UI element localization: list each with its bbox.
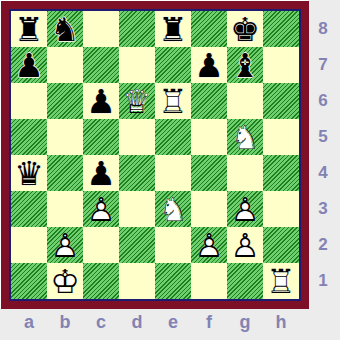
rook-glyph: ♜ — [155, 83, 191, 119]
square-a6[interactable] — [11, 83, 47, 119]
knight-glyph: ♞ — [155, 191, 191, 227]
pawn-glyph: ♟ — [83, 191, 119, 227]
rank-label-6: 6 — [310, 83, 336, 119]
square-c8[interactable] — [83, 11, 119, 47]
black-pawn-a7[interactable]: ♟ — [11, 47, 47, 83]
king-outline-glyph: ♔ — [47, 263, 83, 299]
square-b6[interactable] — [47, 83, 83, 119]
square-e2[interactable] — [155, 227, 191, 263]
rook-glyph: ♜ — [11, 11, 47, 47]
square-c3[interactable]: ♟♙ — [83, 191, 119, 227]
square-f8[interactable] — [191, 11, 227, 47]
square-a2[interactable] — [11, 227, 47, 263]
white-pawn-c3[interactable]: ♟♙ — [83, 191, 119, 227]
square-b5[interactable] — [47, 119, 83, 155]
square-h7[interactable] — [263, 47, 299, 83]
white-rook-h1[interactable]: ♜♖ — [263, 263, 299, 299]
black-queen-a4[interactable]: ♛ — [11, 155, 47, 191]
file-label-e: e — [155, 312, 191, 333]
file-label-d: d — [119, 312, 155, 333]
square-e3[interactable]: ♞♘ — [155, 191, 191, 227]
white-pawn-f2[interactable]: ♟♙ — [191, 227, 227, 263]
pawn-glyph: ♟ — [47, 227, 83, 263]
rook-outline-glyph: ♖ — [155, 83, 191, 119]
square-f3[interactable] — [191, 191, 227, 227]
square-b7[interactable] — [47, 47, 83, 83]
square-d3[interactable] — [119, 191, 155, 227]
white-rook-e6[interactable]: ♜♖ — [155, 83, 191, 119]
black-pawn-f7[interactable]: ♟ — [191, 47, 227, 83]
square-e8[interactable]: ♜ — [155, 11, 191, 47]
square-h6[interactable] — [263, 83, 299, 119]
square-g7[interactable]: ♝ — [227, 47, 263, 83]
knight-glyph: ♞ — [47, 11, 83, 47]
pawn-glyph: ♟ — [191, 227, 227, 263]
rank-label-7: 7 — [310, 47, 336, 83]
black-pawn-c4[interactable]: ♟ — [83, 155, 119, 191]
square-g5[interactable]: ♞♘ — [227, 119, 263, 155]
rook-glyph: ♜ — [155, 11, 191, 47]
square-c4[interactable]: ♟ — [83, 155, 119, 191]
square-e7[interactable] — [155, 47, 191, 83]
square-h1[interactable]: ♜♖ — [263, 263, 299, 299]
square-a5[interactable] — [11, 119, 47, 155]
black-knight-b8[interactable]: ♞ — [47, 11, 83, 47]
file-label-c: c — [83, 312, 119, 333]
black-king-g8[interactable]: ♚ — [227, 11, 263, 47]
square-h8[interactable] — [263, 11, 299, 47]
pawn-glyph: ♟ — [191, 47, 227, 83]
square-a7[interactable]: ♟ — [11, 47, 47, 83]
square-h3[interactable] — [263, 191, 299, 227]
square-d8[interactable] — [119, 11, 155, 47]
chess-board: ♜♞♜♚♟♟♝♟♛♕♜♖♞♘♛♟♟♙♞♘♟♙♟♙♟♙♟♙♚♔♜♖ — [9, 9, 301, 301]
file-label-g: g — [227, 312, 263, 333]
white-knight-g5[interactable]: ♞♘ — [227, 119, 263, 155]
white-king-b1[interactable]: ♚♔ — [47, 263, 83, 299]
square-c1[interactable] — [83, 263, 119, 299]
square-e6[interactable]: ♜♖ — [155, 83, 191, 119]
rank-label-1: 1 — [310, 263, 336, 299]
square-a3[interactable] — [11, 191, 47, 227]
rank-label-8: 8 — [310, 11, 336, 47]
queen-glyph: ♛ — [119, 83, 155, 119]
pawn-outline-glyph: ♙ — [191, 227, 227, 263]
square-g3[interactable]: ♟♙ — [227, 191, 263, 227]
pawn-outline-glyph: ♙ — [83, 191, 119, 227]
square-g2[interactable]: ♟♙ — [227, 227, 263, 263]
white-pawn-b2[interactable]: ♟♙ — [47, 227, 83, 263]
pawn-glyph: ♟ — [83, 155, 119, 191]
square-f4[interactable] — [191, 155, 227, 191]
square-d1[interactable] — [119, 263, 155, 299]
square-b8[interactable]: ♞ — [47, 11, 83, 47]
square-g1[interactable] — [227, 263, 263, 299]
square-c6[interactable]: ♟ — [83, 83, 119, 119]
square-a4[interactable]: ♛ — [11, 155, 47, 191]
square-e1[interactable] — [155, 263, 191, 299]
file-label-b: b — [47, 312, 83, 333]
square-b3[interactable] — [47, 191, 83, 227]
square-h5[interactable] — [263, 119, 299, 155]
white-knight-e3[interactable]: ♞♘ — [155, 191, 191, 227]
pawn-glyph: ♟ — [11, 47, 47, 83]
square-g8[interactable]: ♚ — [227, 11, 263, 47]
square-d7[interactable] — [119, 47, 155, 83]
white-queen-d6[interactable]: ♛♕ — [119, 83, 155, 119]
king-glyph: ♚ — [47, 263, 83, 299]
black-rook-e8[interactable]: ♜ — [155, 11, 191, 47]
square-f7[interactable]: ♟ — [191, 47, 227, 83]
king-glyph: ♚ — [227, 11, 263, 47]
square-a8[interactable]: ♜ — [11, 11, 47, 47]
square-e4[interactable] — [155, 155, 191, 191]
square-g4[interactable] — [227, 155, 263, 191]
rank-label-3: 3 — [310, 191, 336, 227]
square-c7[interactable] — [83, 47, 119, 83]
square-d2[interactable] — [119, 227, 155, 263]
queen-glyph: ♛ — [11, 155, 47, 191]
rank-label-4: 4 — [310, 155, 336, 191]
square-d6[interactable]: ♛♕ — [119, 83, 155, 119]
square-b1[interactable]: ♚♔ — [47, 263, 83, 299]
knight-outline-glyph: ♘ — [155, 191, 191, 227]
pawn-outline-glyph: ♙ — [227, 191, 263, 227]
square-f6[interactable] — [191, 83, 227, 119]
square-f1[interactable] — [191, 263, 227, 299]
square-c2[interactable] — [83, 227, 119, 263]
pawn-outline-glyph: ♙ — [47, 227, 83, 263]
pawn-glyph: ♟ — [227, 191, 263, 227]
square-f2[interactable]: ♟♙ — [191, 227, 227, 263]
white-pawn-g3[interactable]: ♟♙ — [227, 191, 263, 227]
square-c5[interactable] — [83, 119, 119, 155]
queen-outline-glyph: ♕ — [119, 83, 155, 119]
square-g6[interactable] — [227, 83, 263, 119]
pawn-glyph: ♟ — [227, 227, 263, 263]
knight-glyph: ♞ — [227, 119, 263, 155]
black-bishop-g7[interactable]: ♝ — [227, 47, 263, 83]
rook-outline-glyph: ♖ — [263, 263, 299, 299]
square-e5[interactable] — [155, 119, 191, 155]
black-pawn-c6[interactable]: ♟ — [83, 83, 119, 119]
white-pawn-g2[interactable]: ♟♙ — [227, 227, 263, 263]
pawn-glyph: ♟ — [83, 83, 119, 119]
square-f5[interactable] — [191, 119, 227, 155]
knight-outline-glyph: ♘ — [227, 119, 263, 155]
square-a1[interactable] — [11, 263, 47, 299]
square-b4[interactable] — [47, 155, 83, 191]
square-d5[interactable] — [119, 119, 155, 155]
rank-label-2: 2 — [310, 227, 336, 263]
square-b2[interactable]: ♟♙ — [47, 227, 83, 263]
square-d4[interactable] — [119, 155, 155, 191]
file-label-h: h — [263, 312, 299, 333]
chess-diagram: ♜♞♜♚♟♟♝♟♛♕♜♖♞♘♛♟♟♙♞♘♟♙♟♙♟♙♟♙♚♔♜♖ abcdefg… — [0, 0, 340, 340]
file-label-a: a — [11, 312, 47, 333]
square-h4[interactable] — [263, 155, 299, 191]
file-label-f: f — [191, 312, 227, 333]
bishop-glyph: ♝ — [227, 47, 263, 83]
square-h2[interactable] — [263, 227, 299, 263]
pawn-outline-glyph: ♙ — [227, 227, 263, 263]
board-frame: ♜♞♜♚♟♟♝♟♛♕♜♖♞♘♛♟♟♙♞♘♟♙♟♙♟♙♟♙♚♔♜♖ — [1, 1, 309, 309]
rank-label-5: 5 — [310, 119, 336, 155]
rook-glyph: ♜ — [263, 263, 299, 299]
black-rook-a8[interactable]: ♜ — [11, 11, 47, 47]
